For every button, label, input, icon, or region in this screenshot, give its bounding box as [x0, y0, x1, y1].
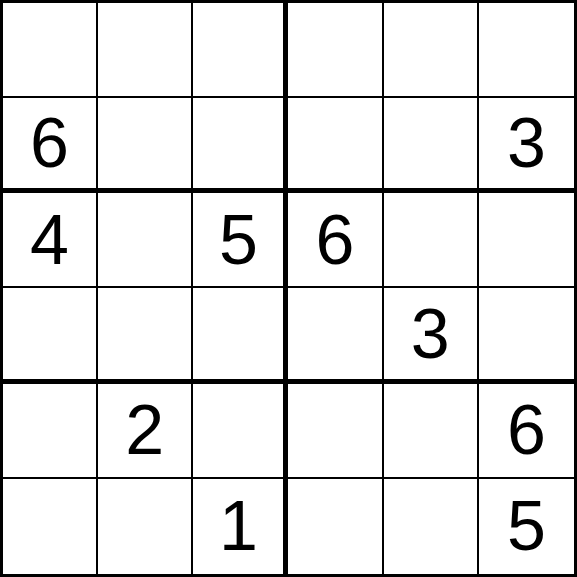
cell-r5c4-empty[interactable] [288, 384, 383, 479]
cell-r2c3-empty[interactable] [193, 98, 288, 193]
cell-r5c6-given-6[interactable]: 6 [479, 384, 574, 479]
cell-r4c1-empty[interactable] [3, 288, 98, 383]
cell-r6c1-empty[interactable] [3, 479, 98, 574]
cell-r3c5-empty[interactable] [384, 193, 479, 288]
cell-r1c5-empty[interactable] [384, 3, 479, 98]
cell-r6c3-given-1[interactable]: 1 [193, 479, 288, 574]
cell-r4c3-empty[interactable] [193, 288, 288, 383]
cell-r1c6-empty[interactable] [479, 3, 574, 98]
cell-r2c4-empty[interactable] [288, 98, 383, 193]
cell-r5c1-empty[interactable] [3, 384, 98, 479]
cell-r3c4-given-6[interactable]: 6 [288, 193, 383, 288]
cell-r4c6-empty[interactable] [479, 288, 574, 383]
cell-r1c3-empty[interactable] [193, 3, 288, 98]
cell-r2c5-empty[interactable] [384, 98, 479, 193]
cell-r1c1-empty[interactable] [3, 3, 98, 98]
cell-r6c5-empty[interactable] [384, 479, 479, 574]
cell-r1c4-empty[interactable] [288, 3, 383, 98]
cell-r6c4-empty[interactable] [288, 479, 383, 574]
sudoku-board: 6345632615 [0, 0, 577, 577]
cell-r5c3-empty[interactable] [193, 384, 288, 479]
cell-r3c6-empty[interactable] [479, 193, 574, 288]
sudoku-page: 6345632615 [0, 0, 577, 577]
cell-r3c1-given-4[interactable]: 4 [3, 193, 98, 288]
cell-r6c2-empty[interactable] [98, 479, 193, 574]
cell-r3c3-given-5[interactable]: 5 [193, 193, 288, 288]
cell-r2c2-empty[interactable] [98, 98, 193, 193]
cell-r5c5-empty[interactable] [384, 384, 479, 479]
cell-r3c2-empty[interactable] [98, 193, 193, 288]
cell-r4c5-given-3[interactable]: 3 [384, 288, 479, 383]
cell-r1c2-empty[interactable] [98, 3, 193, 98]
cell-r2c6-given-3[interactable]: 3 [479, 98, 574, 193]
cell-r4c2-empty[interactable] [98, 288, 193, 383]
cell-r4c4-empty[interactable] [288, 288, 383, 383]
cell-r2c1-given-6[interactable]: 6 [3, 98, 98, 193]
cell-r6c6-given-5[interactable]: 5 [479, 479, 574, 574]
cell-r5c2-given-2[interactable]: 2 [98, 384, 193, 479]
